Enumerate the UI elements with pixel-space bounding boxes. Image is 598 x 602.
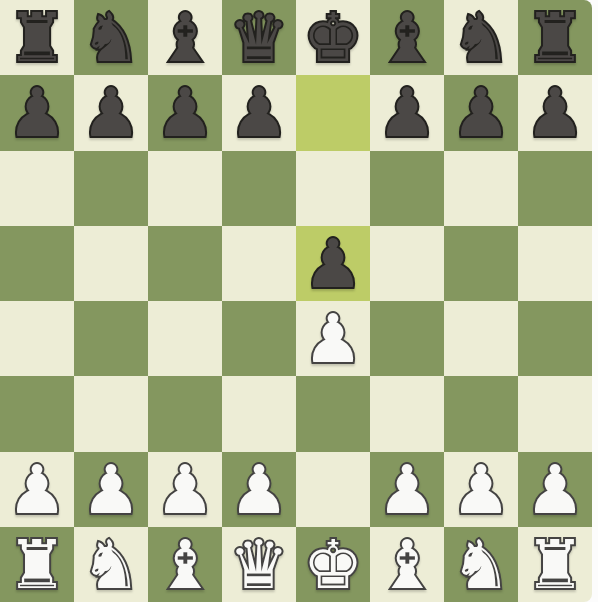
square-h8[interactable]: ♜ xyxy=(518,0,592,75)
square-d5[interactable] xyxy=(222,226,296,301)
square-d1[interactable]: ♛ xyxy=(222,527,296,602)
piece-white-pawn-d2[interactable]: ♟ xyxy=(229,457,289,524)
square-a5[interactable] xyxy=(0,226,74,301)
square-f8[interactable]: ♝ xyxy=(370,0,444,75)
square-a2[interactable]: ♟ xyxy=(0,452,74,527)
square-c3[interactable] xyxy=(148,376,222,451)
square-f6[interactable] xyxy=(370,151,444,226)
square-g8[interactable]: ♞ xyxy=(444,0,518,75)
piece-black-pawn-h7[interactable]: ♟ xyxy=(525,80,585,147)
piece-white-rook-h1[interactable]: ♜ xyxy=(525,532,585,599)
square-h4[interactable] xyxy=(518,301,592,376)
piece-black-pawn-g7[interactable]: ♟ xyxy=(451,80,511,147)
square-b5[interactable] xyxy=(74,226,148,301)
square-g5[interactable] xyxy=(444,226,518,301)
square-d2[interactable]: ♟ xyxy=(222,452,296,527)
square-e6[interactable] xyxy=(296,151,370,226)
piece-black-pawn-e5[interactable]: ♟ xyxy=(303,231,363,298)
piece-white-pawn-c2[interactable]: ♟ xyxy=(155,457,215,524)
square-g4[interactable] xyxy=(444,301,518,376)
square-a3[interactable] xyxy=(0,376,74,451)
square-e5[interactable]: ♟ xyxy=(296,226,370,301)
square-b1[interactable]: ♞ xyxy=(74,527,148,602)
piece-white-pawn-a2[interactable]: ♟ xyxy=(7,457,67,524)
square-a7[interactable]: ♟ xyxy=(0,75,74,150)
square-b8[interactable]: ♞ xyxy=(74,0,148,75)
piece-black-pawn-c7[interactable]: ♟ xyxy=(155,80,215,147)
square-e3[interactable] xyxy=(296,376,370,451)
piece-white-pawn-b2[interactable]: ♟ xyxy=(81,457,141,524)
piece-black-pawn-b7[interactable]: ♟ xyxy=(81,80,141,147)
square-f7[interactable]: ♟ xyxy=(370,75,444,150)
square-h1[interactable]: ♜ xyxy=(518,527,592,602)
square-b2[interactable]: ♟ xyxy=(74,452,148,527)
piece-black-bishop-c8[interactable]: ♝ xyxy=(155,5,215,72)
square-g1[interactable]: ♞ xyxy=(444,527,518,602)
square-g7[interactable]: ♟ xyxy=(444,75,518,150)
piece-black-pawn-d7[interactable]: ♟ xyxy=(229,80,289,147)
piece-white-bishop-f1[interactable]: ♝ xyxy=(377,532,437,599)
square-c5[interactable] xyxy=(148,226,222,301)
square-d3[interactable] xyxy=(222,376,296,451)
square-c1[interactable]: ♝ xyxy=(148,527,222,602)
square-a6[interactable] xyxy=(0,151,74,226)
square-b6[interactable] xyxy=(74,151,148,226)
square-d7[interactable]: ♟ xyxy=(222,75,296,150)
piece-black-queen-d8[interactable]: ♛ xyxy=(229,5,289,72)
square-g2[interactable]: ♟ xyxy=(444,452,518,527)
square-f1[interactable]: ♝ xyxy=(370,527,444,602)
square-e4[interactable]: ♟ xyxy=(296,301,370,376)
square-f4[interactable] xyxy=(370,301,444,376)
square-h6[interactable] xyxy=(518,151,592,226)
piece-white-pawn-h2[interactable]: ♟ xyxy=(525,457,585,524)
square-a4[interactable] xyxy=(0,301,74,376)
square-b3[interactable] xyxy=(74,376,148,451)
piece-black-pawn-f7[interactable]: ♟ xyxy=(377,80,437,147)
piece-black-knight-g8[interactable]: ♞ xyxy=(451,5,511,72)
piece-white-queen-d1[interactable]: ♛ xyxy=(229,532,289,599)
piece-white-rook-a1[interactable]: ♜ xyxy=(7,532,67,599)
square-f2[interactable]: ♟ xyxy=(370,452,444,527)
piece-white-knight-b1[interactable]: ♞ xyxy=(81,532,141,599)
square-h5[interactable] xyxy=(518,226,592,301)
piece-black-bishop-f8[interactable]: ♝ xyxy=(377,5,437,72)
square-e1[interactable]: ♚ xyxy=(296,527,370,602)
square-b7[interactable]: ♟ xyxy=(74,75,148,150)
square-e7[interactable] xyxy=(296,75,370,150)
piece-black-king-e8[interactable]: ♚ xyxy=(303,5,363,72)
square-d8[interactable]: ♛ xyxy=(222,0,296,75)
square-b4[interactable] xyxy=(74,301,148,376)
piece-white-bishop-c1[interactable]: ♝ xyxy=(155,532,215,599)
chess-board: ♜♞♝♛♚♝♞♜♟♟♟♟♟♟♟♟♟♟♟♟♟♟♟♟♜♞♝♛♚♝♞♜ xyxy=(0,0,592,602)
square-c7[interactable]: ♟ xyxy=(148,75,222,150)
piece-white-knight-g1[interactable]: ♞ xyxy=(451,532,511,599)
square-e8[interactable]: ♚ xyxy=(296,0,370,75)
square-h7[interactable]: ♟ xyxy=(518,75,592,150)
square-e2[interactable] xyxy=(296,452,370,527)
square-a8[interactable]: ♜ xyxy=(0,0,74,75)
piece-white-king-e1[interactable]: ♚ xyxy=(303,532,363,599)
square-h3[interactable] xyxy=(518,376,592,451)
page-background-gutter xyxy=(592,0,598,602)
square-a1[interactable]: ♜ xyxy=(0,527,74,602)
piece-black-rook-h8[interactable]: ♜ xyxy=(525,5,585,72)
piece-white-pawn-g2[interactable]: ♟ xyxy=(451,457,511,524)
square-d6[interactable] xyxy=(222,151,296,226)
square-d4[interactable] xyxy=(222,301,296,376)
square-c8[interactable]: ♝ xyxy=(148,0,222,75)
piece-black-knight-b8[interactable]: ♞ xyxy=(81,5,141,72)
square-f3[interactable] xyxy=(370,376,444,451)
piece-white-pawn-e4[interactable]: ♟ xyxy=(303,306,363,373)
square-h2[interactable]: ♟ xyxy=(518,452,592,527)
square-g6[interactable] xyxy=(444,151,518,226)
piece-white-pawn-f2[interactable]: ♟ xyxy=(377,457,437,524)
square-c4[interactable] xyxy=(148,301,222,376)
piece-black-rook-a8[interactable]: ♜ xyxy=(7,5,67,72)
square-c2[interactable]: ♟ xyxy=(148,452,222,527)
square-c6[interactable] xyxy=(148,151,222,226)
square-f5[interactable] xyxy=(370,226,444,301)
piece-black-pawn-a7[interactable]: ♟ xyxy=(7,80,67,147)
square-g3[interactable] xyxy=(444,376,518,451)
